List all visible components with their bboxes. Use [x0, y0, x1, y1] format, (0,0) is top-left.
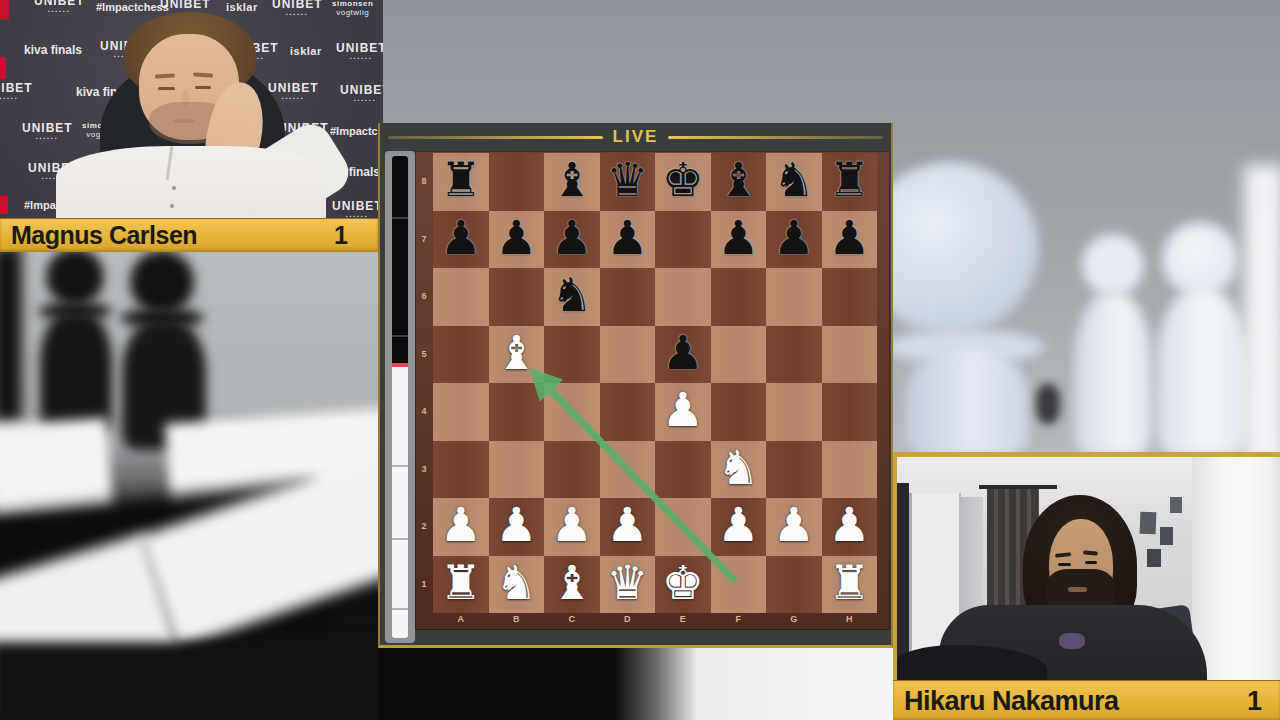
sponsor-badge-isklar: isklar: [226, 2, 258, 13]
square-b8: [489, 153, 545, 211]
blurred-chessboard-photo: [0, 246, 378, 720]
square-e4: ♟: [655, 383, 711, 441]
square-d4: [600, 383, 656, 441]
sponsor-badge-unibet: UNIBET▪▪▪▪▪▪: [272, 0, 323, 17]
blurred-white-piece-right-edge: [1244, 165, 1280, 465]
sponsor-badge-impact: #Impactchess: [96, 2, 169, 13]
shirt-button: [172, 186, 176, 190]
square-b7: ♟: [489, 211, 545, 269]
shirt-button: [170, 204, 174, 208]
square-h8: ♜: [822, 153, 878, 211]
player-name-top: Magnus Carlsen: [0, 221, 197, 250]
square-b6: [489, 268, 545, 326]
piece-white-knight-f3: ♞: [717, 444, 759, 491]
eval-tick: [392, 608, 408, 610]
rank-label-8: 8: [415, 176, 433, 186]
eval-tick: [392, 465, 408, 467]
sponsor-badge-unibet: UNIBET▪▪▪▪▪▪: [340, 84, 383, 103]
square-e7: [655, 211, 711, 269]
red-unibet-fragment: [0, 0, 9, 20]
square-f2: ♟: [711, 498, 767, 556]
rank-label-3: 3: [415, 464, 433, 474]
square-c6: ♞: [544, 268, 600, 326]
square-g7: ♟: [766, 211, 822, 269]
magnus-mouth: [173, 119, 195, 123]
blurred-dark-bottom: [0, 642, 378, 720]
file-label-f: F: [711, 614, 767, 624]
namebar-hikaru: Hikaru Nakamura 1: [893, 680, 1280, 720]
piece-black-bishop-f8: ♝: [717, 156, 759, 203]
sponsor-badge-unibet: UNIBET▪▪▪▪▪▪: [336, 42, 383, 61]
piece-white-king-e1: ♚: [662, 559, 704, 606]
magnus-shirt: [56, 146, 326, 218]
file-label-h: H: [822, 614, 878, 624]
live-line-left: [388, 136, 603, 139]
red-unibet-fragment: [0, 196, 8, 214]
magnus-closed-eye: [158, 87, 175, 90]
square-b5: ♝: [489, 326, 545, 384]
evaluation-bar: [385, 151, 415, 643]
square-e6: [655, 268, 711, 326]
square-g8: ♞: [766, 153, 822, 211]
square-c7: ♟: [544, 211, 600, 269]
square-a8: ♜: [433, 153, 489, 211]
piece-black-rook-h8: ♜: [828, 156, 870, 203]
file-label-e: E: [655, 614, 711, 624]
square-f1: [711, 556, 767, 614]
picture-frame: [1160, 527, 1173, 545]
rank-label-4: 4: [415, 406, 433, 416]
evaluation-marker: [392, 363, 408, 367]
player-name-bottom: Hikaru Nakamura: [893, 686, 1119, 717]
red-unibet-fragment: [0, 57, 6, 79]
magnus-closed-eye: [195, 86, 211, 89]
square-d2: ♟: [600, 498, 656, 556]
square-e1: ♚: [655, 556, 711, 614]
sponsor-badge-kiva: kiva finals: [24, 44, 82, 56]
square-b2: ♟: [489, 498, 545, 556]
live-board-panel: LIVE 87654321 ABCDEFGH ♜♝♛♚♝♞♜♟♟♟♟♟♟♟♞♝♟…: [378, 123, 893, 648]
piece-white-rook-a1: ♜: [440, 559, 482, 606]
blurred-dark-piece-base: [1036, 384, 1060, 424]
square-g1: [766, 556, 822, 614]
square-c5: [544, 326, 600, 384]
square-h1: ♜: [822, 556, 878, 614]
sponsor-badge-isklar: isklar: [290, 46, 322, 57]
square-g6: [766, 268, 822, 326]
square-a2: ♟: [433, 498, 489, 556]
square-h4: [822, 383, 878, 441]
square-g4: [766, 383, 822, 441]
collar-purple: [1059, 633, 1085, 649]
square-e8: ♚: [655, 153, 711, 211]
piece-white-bishop-c1: ♝: [551, 559, 593, 606]
square-f3: ♞: [711, 441, 767, 499]
square-h7: ♟: [822, 211, 878, 269]
rank-label-7: 7: [415, 234, 433, 244]
dark-wall-sliver: [897, 483, 909, 680]
square-d3: [600, 441, 656, 499]
square-h6: [822, 268, 878, 326]
square-f4: [711, 383, 767, 441]
square-d6: [600, 268, 656, 326]
sponsor-badge-impact: #Impactchess: [330, 126, 383, 137]
piece-white-pawn-a2: ♟: [440, 501, 482, 548]
picture-frame: [1140, 512, 1157, 535]
square-e2: [655, 498, 711, 556]
square-h2: ♟: [822, 498, 878, 556]
piece-black-pawn-a7: ♟: [440, 214, 482, 261]
piece-black-pawn-f7: ♟: [717, 214, 759, 261]
file-label-d: D: [600, 614, 656, 624]
picture-frame: [1170, 497, 1182, 513]
live-bar: LIVE: [380, 123, 891, 151]
file-label-c: C: [544, 614, 600, 624]
piece-black-pawn-e5: ♟: [662, 329, 704, 376]
square-a6: [433, 268, 489, 326]
webcam-hikaru: [893, 452, 1280, 680]
square-a3: [433, 441, 489, 499]
square-b1: ♞: [489, 556, 545, 614]
square-g5: [766, 326, 822, 384]
sponsor-badge-unibet: UNIBET▪▪▪▪▪▪: [22, 122, 73, 141]
player-score-bottom: 1: [1247, 686, 1280, 717]
sponsor-badge-unibet: UNIBET▪▪▪▪▪▪: [0, 82, 33, 101]
blurred-black-piece-left-edge: [0, 246, 22, 421]
square-c1: ♝: [544, 556, 600, 614]
piece-black-bishop-c8: ♝: [551, 156, 593, 203]
piece-black-knight-c6: ♞: [551, 271, 593, 318]
evaluation-black-portion: [392, 156, 408, 363]
piece-white-pawn-b2: ♟: [495, 501, 537, 548]
piece-white-pawn-f2: ♟: [717, 501, 759, 548]
board-frame: 87654321 ABCDEFGH ♜♝♛♚♝♞♜♟♟♟♟♟♟♟♞♝♟♟♞♟♟♟…: [415, 151, 890, 630]
piece-black-pawn-h7: ♟: [828, 214, 870, 261]
piece-white-pawn-d2: ♟: [606, 501, 648, 548]
chess-board: ♜♝♛♚♝♞♜♟♟♟♟♟♟♟♞♝♟♟♞♟♟♟♟♟♟♟♜♞♝♛♚♜: [433, 153, 877, 613]
piece-white-pawn-c2: ♟: [551, 501, 593, 548]
square-d5: [600, 326, 656, 384]
piece-white-rook-h1: ♜: [828, 559, 870, 606]
square-a5: [433, 326, 489, 384]
piece-black-queen-d8: ♛: [606, 156, 648, 203]
piece-white-bishop-b5: ♝: [495, 329, 537, 376]
file-label-a: A: [433, 614, 489, 624]
player-score-top: 1: [334, 221, 378, 250]
rank-label-5: 5: [415, 349, 433, 359]
live-line-right: [668, 136, 883, 139]
eval-tick: [392, 538, 408, 540]
square-c8: ♝: [544, 153, 600, 211]
piece-white-queen-d1: ♛: [606, 559, 648, 606]
square-a1: ♜: [433, 556, 489, 614]
evaluation-track: [392, 156, 408, 638]
square-f8: ♝: [711, 153, 767, 211]
square-g3: [766, 441, 822, 499]
piece-white-pawn-e4: ♟: [662, 386, 704, 433]
piece-black-pawn-g7: ♟: [773, 214, 815, 261]
picture-frame: [1147, 549, 1161, 567]
rank-label-6: 6: [415, 291, 433, 301]
piece-black-pawn-c7: ♟: [551, 214, 593, 261]
square-h5: [822, 326, 878, 384]
sponsor-badge-unibet: UNIBET▪▪▪▪▪▪: [34, 0, 85, 14]
square-b4: [489, 383, 545, 441]
hikaru-eye: [1085, 561, 1097, 564]
piece-white-knight-b1: ♞: [495, 559, 537, 606]
file-label-g: G: [766, 614, 822, 624]
piece-black-rook-a8: ♜: [440, 156, 482, 203]
file-label-b: B: [489, 614, 545, 624]
rank-label-1: 1: [415, 579, 433, 589]
broadcast-frame: UNIBET▪▪▪▪▪▪#ImpactchessUNIBET▪▪▪▪▪▪iskl…: [0, 0, 1280, 720]
webcam-magnus: UNIBET▪▪▪▪▪▪#ImpactchessUNIBET▪▪▪▪▪▪iskl…: [0, 0, 383, 218]
sponsor-badge-unibet: UNIBET▪▪▪▪▪▪: [268, 82, 319, 101]
sponsor-badge-simonsen: simonsenvogtwiig: [332, 0, 373, 17]
live-label: LIVE: [603, 127, 669, 147]
eval-tick: [392, 335, 408, 337]
square-g2: ♟: [766, 498, 822, 556]
hikaru-eye: [1058, 563, 1071, 566]
square-e3: [655, 441, 711, 499]
sponsor-badge-unibet: UNIBET▪▪▪▪▪▪: [332, 200, 383, 218]
namebar-magnus: Magnus Carlsen 1: [0, 218, 378, 252]
piece-black-pawn-d7: ♟: [606, 214, 648, 261]
square-c2: ♟: [544, 498, 600, 556]
square-h3: [822, 441, 878, 499]
square-f6: [711, 268, 767, 326]
square-e5: ♟: [655, 326, 711, 384]
eval-tick: [392, 217, 408, 219]
square-a4: [433, 383, 489, 441]
piece-black-knight-g8: ♞: [773, 156, 815, 203]
blurred-board-closeup: [378, 646, 893, 720]
white-curtain: [1192, 457, 1280, 680]
square-f5: [711, 326, 767, 384]
piece-black-pawn-b7: ♟: [495, 214, 537, 261]
square-d7: ♟: [600, 211, 656, 269]
square-c4: [544, 383, 600, 441]
square-d1: ♛: [600, 556, 656, 614]
square-f7: ♟: [711, 211, 767, 269]
square-c3: [544, 441, 600, 499]
square-d8: ♛: [600, 153, 656, 211]
square-a7: ♟: [433, 211, 489, 269]
rank-label-2: 2: [415, 521, 433, 531]
piece-black-king-e8: ♚: [662, 156, 704, 203]
piece-white-pawn-g2: ♟: [773, 501, 815, 548]
hikaru-mouth: [1068, 587, 1087, 592]
square-b3: [489, 441, 545, 499]
piece-white-pawn-h2: ♟: [828, 501, 870, 548]
